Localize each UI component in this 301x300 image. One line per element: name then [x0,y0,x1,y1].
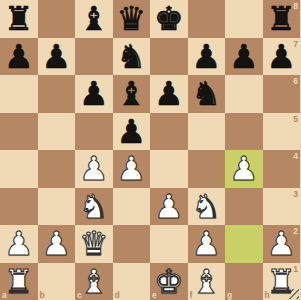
square-h5[interactable]: 5 [263,113,301,151]
white-pawn-piece[interactable]: ♟ [154,188,184,226]
square-f1[interactable]: f♝ [188,263,226,300]
square-b5[interactable] [38,113,76,151]
black-knight-piece[interactable]: ♞ [191,75,221,113]
square-b4[interactable] [38,150,76,188]
square-c8[interactable]: ♝ [75,0,113,38]
square-b1[interactable]: b [38,263,76,300]
rank-label-5: 5 [293,115,298,124]
black-pawn-piece[interactable]: ♟ [229,38,259,76]
square-a3[interactable] [0,188,38,226]
square-g1[interactable]: g [225,263,263,300]
white-pawn-piece[interactable]: ♟ [266,225,296,263]
square-c1[interactable]: c♝ [75,263,113,300]
square-c3[interactable]: ♞ [75,188,113,226]
square-e4[interactable] [150,150,188,188]
black-pawn-piece[interactable]: ♟ [4,38,34,76]
file-label-b: b [40,291,45,300]
square-c4[interactable]: ♟ [75,150,113,188]
black-rook-piece[interactable]: ♜ [4,0,34,38]
white-queen-piece[interactable]: ♛ [79,225,109,263]
square-h4[interactable]: 4 [263,150,301,188]
square-a7[interactable]: ♟ [0,38,38,76]
square-b6[interactable] [38,75,76,113]
square-h6[interactable]: 6 [263,75,301,113]
square-h2[interactable]: 2♟ [263,225,301,263]
square-a6[interactable] [0,75,38,113]
square-a2[interactable]: ♟ [0,225,38,263]
black-pawn-piece[interactable]: ♟ [41,38,71,76]
square-e1[interactable]: e♚ [150,263,188,300]
square-h8[interactable]: 8♜ [263,0,301,38]
square-b3[interactable] [38,188,76,226]
black-rook-piece[interactable]: ♜ [266,0,296,38]
square-a4[interactable] [0,150,38,188]
black-pawn-piece[interactable]: ♟ [154,75,184,113]
square-f3[interactable]: ♞ [188,188,226,226]
square-e6[interactable]: ♟ [150,75,188,113]
square-g7[interactable]: ♟ [225,38,263,76]
white-bishop-piece[interactable]: ♝ [79,263,109,300]
black-king-piece[interactable]: ♚ [154,0,184,38]
white-pawn-piece[interactable]: ♟ [79,150,109,188]
square-e7[interactable] [150,38,188,76]
square-b8[interactable] [38,0,76,38]
square-a8[interactable]: ♜ [0,0,38,38]
square-g8[interactable] [225,0,263,38]
board-resize-handle-icon[interactable] [289,289,299,299]
square-d1[interactable]: d [113,263,151,300]
square-d4[interactable]: ♟ [113,150,151,188]
white-pawn-piece[interactable]: ♟ [116,150,146,188]
square-b2[interactable]: ♟ [38,225,76,263]
square-g3[interactable] [225,188,263,226]
square-c7[interactable] [75,38,113,76]
square-e8[interactable]: ♚ [150,0,188,38]
square-f4[interactable] [188,150,226,188]
rank-label-3: 3 [293,190,298,199]
rank-label-4: 4 [293,152,298,161]
square-f7[interactable]: ♟ [188,38,226,76]
square-e3[interactable]: ♟ [150,188,188,226]
file-label-g: g [227,291,232,300]
square-g5[interactable] [225,113,263,151]
white-pawn-piece[interactable]: ♟ [191,225,221,263]
white-knight-piece[interactable]: ♞ [191,188,221,226]
black-queen-piece[interactable]: ♛ [116,0,146,38]
square-e5[interactable] [150,113,188,151]
square-g2[interactable] [225,225,263,263]
square-h3[interactable]: 3 [263,188,301,226]
black-pawn-piece[interactable]: ♟ [116,113,146,151]
square-f2[interactable]: ♟ [188,225,226,263]
square-d7[interactable]: ♞ [113,38,151,76]
black-pawn-piece[interactable]: ♟ [266,38,296,76]
square-d6[interactable]: ♝ [113,75,151,113]
square-d3[interactable] [113,188,151,226]
white-pawn-piece[interactable]: ♟ [41,225,71,263]
white-bishop-piece[interactable]: ♝ [191,263,221,300]
square-f5[interactable] [188,113,226,151]
black-knight-piece[interactable]: ♞ [116,38,146,76]
white-pawn-piece[interactable]: ♟ [4,225,34,263]
square-d2[interactable] [113,225,151,263]
square-f8[interactable] [188,0,226,38]
square-g6[interactable] [225,75,263,113]
square-f6[interactable]: ♞ [188,75,226,113]
black-pawn-piece[interactable]: ♟ [191,38,221,76]
black-bishop-piece[interactable]: ♝ [79,0,109,38]
square-c6[interactable]: ♟ [75,75,113,113]
rank-label-6: 6 [293,77,298,86]
square-h7[interactable]: 7♟ [263,38,301,76]
black-bishop-piece[interactable]: ♝ [116,75,146,113]
square-c5[interactable] [75,113,113,151]
square-b7[interactable]: ♟ [38,38,76,76]
square-a1[interactable]: a♜ [0,263,38,300]
square-e2[interactable] [150,225,188,263]
white-knight-piece[interactable]: ♞ [79,188,109,226]
square-a5[interactable] [0,113,38,151]
square-d8[interactable]: ♛ [113,0,151,38]
white-pawn-piece[interactable]: ♟ [229,150,259,188]
black-pawn-piece[interactable]: ♟ [79,75,109,113]
square-c2[interactable]: ♛ [75,225,113,263]
square-g4[interactable]: ♟ [225,150,263,188]
file-label-d: d [115,291,120,300]
square-d5[interactable]: ♟ [113,113,151,151]
white-king-piece[interactable]: ♚ [154,263,184,300]
white-rook-piece[interactable]: ♜ [4,263,34,300]
chess-board: ♜♝♛♚8♜♟♟♞♟♟7♟♟♝♟♞6♟5♟♟♟4♞♟♞3♟♟♛♟2♟a♜bc♝d… [0,0,300,300]
